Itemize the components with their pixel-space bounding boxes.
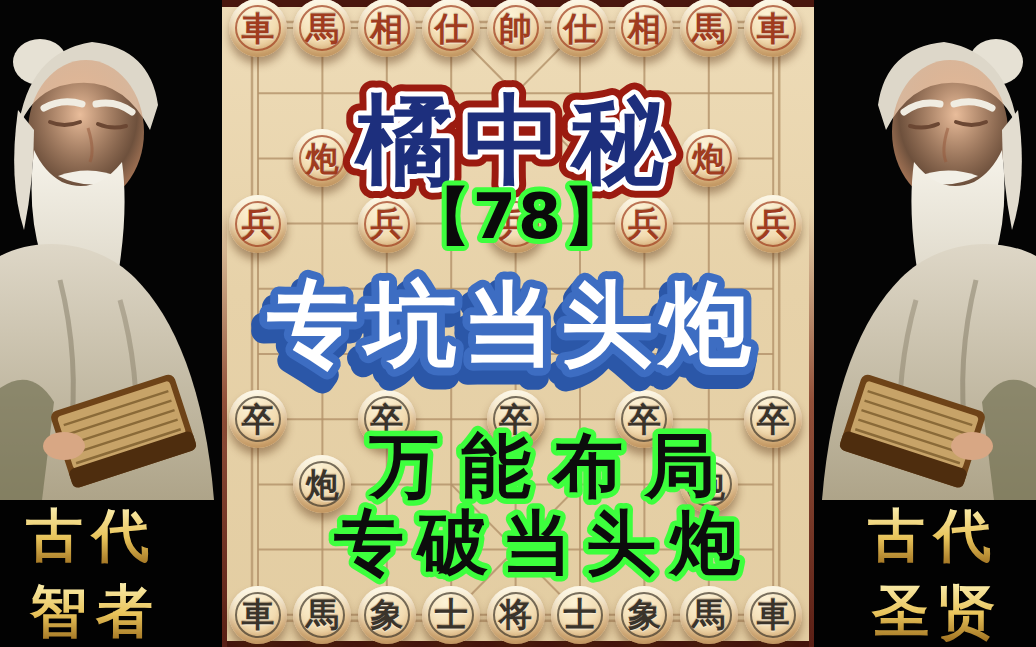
piece-兵-red[interactable]: 兵: [615, 195, 673, 253]
piece-character: 車: [757, 598, 790, 631]
piece-象-black[interactable]: 象: [615, 586, 673, 644]
video-frame: 古代 智者: [0, 0, 1036, 647]
piece-車-red[interactable]: 車: [229, 0, 287, 57]
piece-炮-black[interactable]: 炮: [680, 455, 738, 513]
right-caption-line1: 古代: [867, 501, 1000, 568]
piece-士-black[interactable]: 士: [422, 586, 480, 644]
piece-character: 卒: [370, 403, 403, 436]
piece-character: 馬: [306, 12, 339, 45]
piece-相-red[interactable]: 相: [358, 0, 416, 57]
piece-character: 仕: [564, 12, 597, 45]
piece-帥-red[interactable]: 帥: [487, 0, 545, 57]
piece-車-black[interactable]: 車: [229, 586, 287, 644]
board-frame-right: [809, 0, 814, 647]
piece-卒-black[interactable]: 卒: [487, 390, 545, 448]
piece-character: 馬: [306, 598, 339, 631]
piece-character: 卒: [628, 403, 661, 436]
piece-character: 仕: [435, 12, 468, 45]
piece-卒-black[interactable]: 卒: [229, 390, 287, 448]
piece-character: 兵: [628, 207, 661, 240]
piece-character: 車: [242, 598, 275, 631]
piece-character: 士: [435, 598, 468, 631]
left-portrait-panel: 古代 智者: [0, 0, 222, 647]
piece-卒-black[interactable]: 卒: [358, 390, 416, 448]
piece-character: 将: [499, 598, 532, 631]
piece-character: 士: [564, 598, 597, 631]
piece-兵-red[interactable]: 兵: [487, 195, 545, 253]
piece-character: 卒: [757, 403, 790, 436]
piece-仕-red[interactable]: 仕: [422, 0, 480, 57]
piece-仕-red[interactable]: 仕: [551, 0, 609, 57]
piece-character: 帥: [499, 12, 532, 45]
piece-炮-red[interactable]: 炮: [680, 129, 738, 187]
piece-character: 兵: [499, 207, 532, 240]
piece-士-black[interactable]: 士: [551, 586, 609, 644]
piece-将-black[interactable]: 将: [487, 586, 545, 644]
left-caption-line1: 古代: [25, 501, 158, 568]
piece-character: 相: [628, 12, 661, 45]
piece-character: 炮: [692, 468, 725, 501]
piece-character: 車: [242, 12, 275, 45]
right-caption: 古代 圣贤: [814, 488, 1036, 647]
piece-character: 炮: [306, 142, 339, 175]
piece-兵-red[interactable]: 兵: [744, 195, 802, 253]
piece-character: 兵: [370, 207, 403, 240]
piece-character: 炮: [306, 468, 339, 501]
piece-character: 卒: [242, 403, 275, 436]
board-frame-left: [222, 0, 227, 647]
left-caption: 古代 智者: [0, 488, 222, 647]
piece-車-red[interactable]: 車: [744, 0, 802, 57]
piece-馬-black[interactable]: 馬: [680, 586, 738, 644]
piece-character: 炮: [692, 142, 725, 175]
piece-卒-black[interactable]: 卒: [744, 390, 802, 448]
piece-character: 兵: [757, 207, 790, 240]
right-caption-line2: 圣贤: [871, 577, 1004, 644]
xiangqi-board[interactable]: 車馬相仕帥仕相馬車炮炮兵兵兵兵兵卒卒卒卒卒炮炮車馬象士将士象馬車: [222, 0, 814, 647]
piece-車-black[interactable]: 車: [744, 586, 802, 644]
old-sage-photo-right: [814, 0, 1036, 500]
piece-character: 象: [370, 598, 403, 631]
piece-character: 相: [370, 12, 403, 45]
left-caption-line2: 智者: [29, 577, 162, 644]
piece-character: 車: [757, 12, 790, 45]
piece-character: 卒: [499, 403, 532, 436]
piece-象-black[interactable]: 象: [358, 586, 416, 644]
piece-兵-red[interactable]: 兵: [229, 195, 287, 253]
board-grid-lines: [222, 0, 814, 647]
piece-character: 兵: [242, 207, 275, 240]
piece-character: 馬: [692, 598, 725, 631]
piece-馬-red[interactable]: 馬: [680, 0, 738, 57]
piece-馬-black[interactable]: 馬: [293, 586, 351, 644]
right-portrait-panel: 古代 圣贤: [814, 0, 1036, 647]
piece-兵-red[interactable]: 兵: [358, 195, 416, 253]
piece-character: 馬: [692, 12, 725, 45]
old-sage-photo-left: [0, 0, 222, 500]
piece-character: 象: [628, 598, 661, 631]
